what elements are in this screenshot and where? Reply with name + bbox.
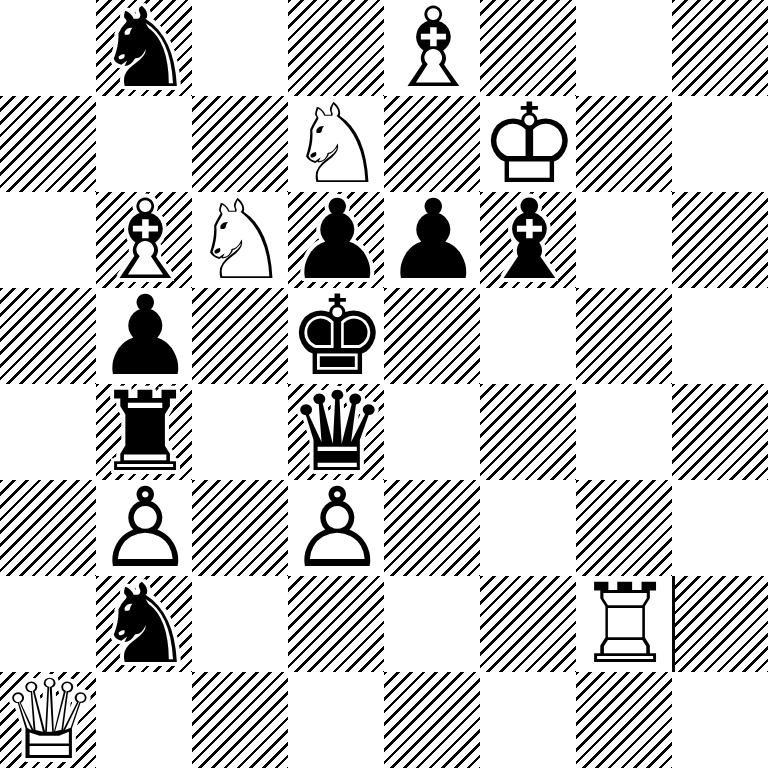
white-pawn-halo: ♟: [288, 480, 384, 576]
black-knight-halo: ♞: [96, 0, 192, 96]
square-a5[interactable]: [0, 288, 96, 384]
square-b2[interactable]: ♞♞: [96, 576, 192, 672]
white-pawn-halo: ♟: [96, 480, 192, 576]
square-g6[interactable]: [576, 192, 672, 288]
square-d2[interactable]: [288, 576, 384, 672]
square-h1[interactable]: [672, 672, 768, 768]
piece-black-knight: ♞: [96, 0, 192, 96]
square-e4[interactable]: [384, 384, 480, 480]
black-knight-halo: ♞: [96, 576, 192, 672]
square-a4[interactable]: [0, 384, 96, 480]
square-g2[interactable]: ♜♖: [576, 576, 672, 672]
square-h3[interactable]: [672, 480, 768, 576]
square-d8[interactable]: [288, 0, 384, 96]
black-pawn-halo: ♟: [288, 192, 384, 288]
square-g4[interactable]: [576, 384, 672, 480]
square-c3[interactable]: [192, 480, 288, 576]
piece-white-pawn: ♙: [96, 480, 192, 576]
square-h2[interactable]: [672, 576, 768, 672]
white-bishop-halo: ♝: [384, 0, 480, 96]
square-a1[interactable]: ♛♕: [0, 672, 96, 768]
square-c4[interactable]: [192, 384, 288, 480]
square-b3[interactable]: ♟♙: [96, 480, 192, 576]
square-a3[interactable]: [0, 480, 96, 576]
black-queen-halo: ♛: [288, 384, 384, 480]
square-g1[interactable]: [576, 672, 672, 768]
square-b4[interactable]: ♜♜: [96, 384, 192, 480]
square-b5[interactable]: ♟♟: [96, 288, 192, 384]
square-h6[interactable]: [672, 192, 768, 288]
square-e8[interactable]: ♝♗: [384, 0, 480, 96]
square-h5[interactable]: [672, 288, 768, 384]
square-g5[interactable]: [576, 288, 672, 384]
square-e7[interactable]: [384, 96, 480, 192]
piece-white-rook: ♖: [576, 576, 672, 672]
piece-white-bishop: ♗: [96, 192, 192, 288]
black-king-halo: ♚: [288, 288, 384, 384]
piece-black-rook: ♜: [96, 384, 192, 480]
square-f7[interactable]: ♚♔: [480, 96, 576, 192]
square-e2[interactable]: [384, 576, 480, 672]
square-h8[interactable]: [672, 0, 768, 96]
square-a2[interactable]: [0, 576, 96, 672]
square-c7[interactable]: [192, 96, 288, 192]
square-c6[interactable]: ♞♘: [192, 192, 288, 288]
square-d7[interactable]: ♞♘: [288, 96, 384, 192]
piece-white-pawn: ♙: [288, 480, 384, 576]
white-king-halo: ♚: [480, 96, 576, 192]
piece-black-queen: ♛: [288, 384, 384, 480]
square-h4[interactable]: [672, 384, 768, 480]
black-pawn-halo: ♟: [384, 192, 480, 288]
piece-black-bishop: ♝: [480, 192, 576, 288]
white-queen-halo: ♛: [0, 672, 96, 768]
piece-black-king: ♚: [288, 288, 384, 384]
piece-white-knight: ♘: [288, 96, 384, 192]
square-b7[interactable]: [96, 96, 192, 192]
square-d6[interactable]: ♟♟: [288, 192, 384, 288]
square-g7[interactable]: [576, 96, 672, 192]
square-b1[interactable]: [96, 672, 192, 768]
square-e6[interactable]: ♟♟: [384, 192, 480, 288]
white-knight-halo: ♞: [192, 192, 288, 288]
square-e1[interactable]: [384, 672, 480, 768]
square-c5[interactable]: [192, 288, 288, 384]
white-rook-halo: ♜: [576, 576, 672, 672]
square-f3[interactable]: [480, 480, 576, 576]
square-h7[interactable]: [672, 96, 768, 192]
square-f1[interactable]: [480, 672, 576, 768]
square-b8[interactable]: ♞♞: [96, 0, 192, 96]
square-c1[interactable]: [192, 672, 288, 768]
black-rook-halo: ♜: [96, 384, 192, 480]
square-a6[interactable]: [0, 192, 96, 288]
square-f2[interactable]: [480, 576, 576, 672]
square-d3[interactable]: ♟♙: [288, 480, 384, 576]
square-f4[interactable]: [480, 384, 576, 480]
square-f6[interactable]: ♝♝: [480, 192, 576, 288]
piece-white-king: ♔: [480, 96, 576, 192]
piece-white-knight: ♘: [192, 192, 288, 288]
square-e3[interactable]: [384, 480, 480, 576]
white-knight-halo: ♞: [288, 96, 384, 192]
piece-black-pawn: ♟: [384, 192, 480, 288]
white-bishop-halo: ♝: [96, 192, 192, 288]
square-b6[interactable]: ♝♗: [96, 192, 192, 288]
square-a8[interactable]: [0, 0, 96, 96]
square-d4[interactable]: ♛♛: [288, 384, 384, 480]
square-c2[interactable]: [192, 576, 288, 672]
piece-black-pawn: ♟: [288, 192, 384, 288]
piece-black-pawn: ♟: [96, 288, 192, 384]
black-pawn-halo: ♟: [96, 288, 192, 384]
piece-black-knight: ♞: [96, 576, 192, 672]
square-e5[interactable]: [384, 288, 480, 384]
square-g3[interactable]: [576, 480, 672, 576]
piece-white-bishop: ♗: [384, 0, 480, 96]
square-g8[interactable]: [576, 0, 672, 96]
square-d1[interactable]: [288, 672, 384, 768]
chess-board: ♞♞♝♗♞♘♚♔♝♗♞♘♟♟♟♟♝♝♟♟♚♚♜♜♛♛♟♙♟♙♞♞♜♖♛♕: [0, 0, 768, 768]
black-bishop-halo: ♝: [480, 192, 576, 288]
piece-white-queen: ♕: [0, 672, 96, 768]
square-f8[interactable]: [480, 0, 576, 96]
square-f5[interactable]: [480, 288, 576, 384]
square-c8[interactable]: [192, 0, 288, 96]
square-a7[interactable]: [0, 96, 96, 192]
square-d5[interactable]: ♚♚: [288, 288, 384, 384]
